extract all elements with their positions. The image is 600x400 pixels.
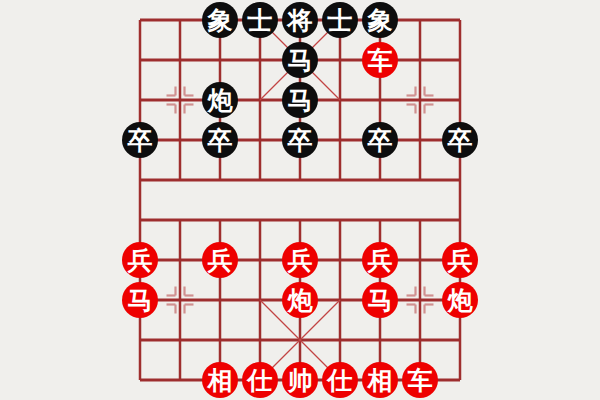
piece-black-horse[interactable]: 马 bbox=[282, 42, 318, 78]
piece-black-soldier[interactable]: 卒 bbox=[282, 122, 318, 158]
piece-red-advisor[interactable]: 仕 bbox=[322, 362, 358, 398]
piece-black-soldier[interactable]: 卒 bbox=[362, 122, 398, 158]
piece-black-soldier[interactable]: 卒 bbox=[122, 122, 158, 158]
piece-layer[interactable]: 象士将士象马车炮马卒卒卒卒卒兵兵兵兵兵马炮马炮相仕帅仕相车 bbox=[120, 0, 480, 400]
piece-red-soldier[interactable]: 兵 bbox=[122, 242, 158, 278]
piece-red-soldier[interactable]: 兵 bbox=[202, 242, 238, 278]
piece-black-soldier[interactable]: 卒 bbox=[202, 122, 238, 158]
piece-red-elephant[interactable]: 相 bbox=[362, 362, 398, 398]
piece-red-soldier[interactable]: 兵 bbox=[282, 242, 318, 278]
piece-red-soldier[interactable]: 兵 bbox=[362, 242, 398, 278]
piece-red-elephant[interactable]: 相 bbox=[202, 362, 238, 398]
piece-black-cannon[interactable]: 炮 bbox=[202, 82, 238, 118]
piece-red-cannon[interactable]: 炮 bbox=[442, 282, 478, 318]
piece-black-elephant[interactable]: 象 bbox=[202, 2, 238, 38]
piece-red-soldier[interactable]: 兵 bbox=[442, 242, 478, 278]
piece-red-general[interactable]: 帅 bbox=[282, 362, 318, 398]
piece-red-chariot[interactable]: 车 bbox=[402, 362, 438, 398]
piece-red-chariot[interactable]: 车 bbox=[362, 42, 398, 78]
piece-black-horse[interactable]: 马 bbox=[282, 82, 318, 118]
piece-black-general[interactable]: 将 bbox=[282, 2, 318, 38]
piece-black-advisor[interactable]: 士 bbox=[322, 2, 358, 38]
xiangqi-board-screen: 象士将士象马车炮马卒卒卒卒卒兵兵兵兵兵马炮马炮相仕帅仕相车 bbox=[0, 0, 600, 400]
piece-red-advisor[interactable]: 仕 bbox=[242, 362, 278, 398]
piece-black-advisor[interactable]: 士 bbox=[242, 2, 278, 38]
piece-black-soldier[interactable]: 卒 bbox=[442, 122, 478, 158]
piece-black-elephant[interactable]: 象 bbox=[362, 2, 398, 38]
piece-red-horse[interactable]: 马 bbox=[362, 282, 398, 318]
piece-red-cannon[interactable]: 炮 bbox=[282, 282, 318, 318]
piece-red-horse[interactable]: 马 bbox=[122, 282, 158, 318]
